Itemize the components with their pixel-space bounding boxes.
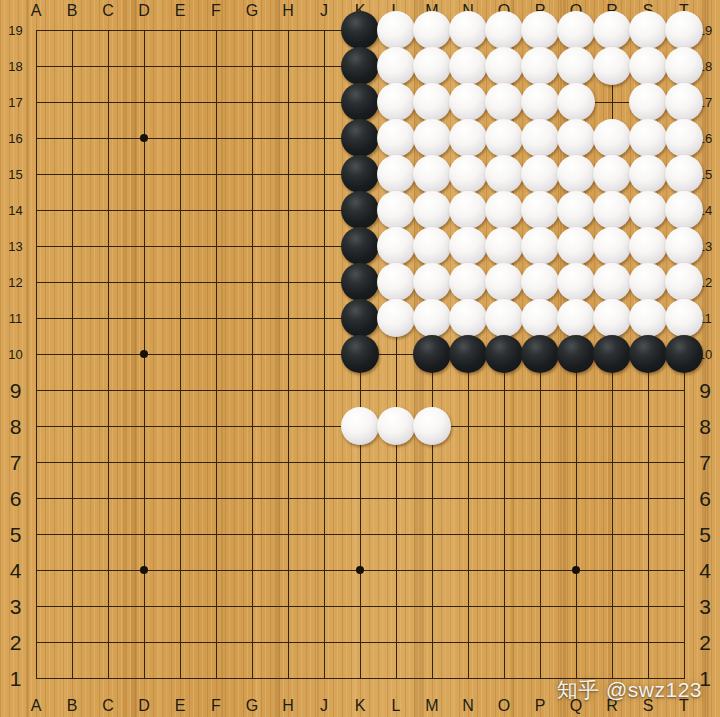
white-stone [377,83,415,121]
coordinate-label: B [54,694,90,717]
board-intersections[interactable] [18,12,702,696]
coordinate-label: F [198,694,234,717]
black-stone [341,47,379,85]
watermark: 知乎 @swz123 [557,676,702,704]
black-stone [341,191,379,229]
white-stone [413,299,451,337]
white-stone [629,155,667,193]
white-stone [665,83,703,121]
coordinate-label: M [414,694,450,717]
white-stone [449,227,487,265]
white-stone [629,83,667,121]
black-stone [449,335,487,373]
white-stone [521,155,559,193]
white-stone [629,227,667,265]
white-stone [521,119,559,157]
white-stone [521,227,559,265]
coordinate-label: N [450,694,486,717]
white-stone [629,11,667,49]
white-stone [665,155,703,193]
coordinate-label: A [18,694,54,717]
white-stone [377,407,415,445]
black-stone [341,263,379,301]
white-stone [485,227,523,265]
white-stone [413,83,451,121]
white-stone [485,191,523,229]
white-stone [449,263,487,301]
black-stone [593,335,631,373]
coordinate-label: J [306,694,342,717]
coordinate-label: P [522,694,558,717]
white-stone [593,191,631,229]
white-stone [557,227,595,265]
white-stone [665,227,703,265]
white-stone [413,47,451,85]
white-stone [377,299,415,337]
coordinate-label: O [486,694,522,717]
star-point [140,566,148,574]
white-stone [377,227,415,265]
white-stone [449,83,487,121]
white-stone [629,47,667,85]
coordinate-label: E [162,694,198,717]
white-stone [485,47,523,85]
black-stone [341,227,379,265]
star-point [140,350,148,358]
white-stone [557,119,595,157]
white-stone [485,11,523,49]
white-stone [557,299,595,337]
coordinate-label: G [234,694,270,717]
coordinate-label: D [126,694,162,717]
black-stone [413,335,451,373]
white-stone [521,191,559,229]
black-stone [341,335,379,373]
white-stone [629,299,667,337]
white-stone [593,47,631,85]
white-stone [557,47,595,85]
black-stone [485,335,523,373]
black-stone [665,335,703,373]
white-stone [377,263,415,301]
white-stone [485,119,523,157]
white-stone [665,119,703,157]
white-stone [593,299,631,337]
white-stone [449,11,487,49]
white-stone [665,191,703,229]
white-stone [413,263,451,301]
white-stone [593,263,631,301]
white-stone [449,47,487,85]
white-stone [521,299,559,337]
white-stone [485,155,523,193]
white-stone [665,11,703,49]
white-stone [377,155,415,193]
star-point [356,566,364,574]
black-stone [341,83,379,121]
white-stone [521,263,559,301]
white-stone [413,11,451,49]
white-stone [593,11,631,49]
white-stone [521,47,559,85]
white-stone [413,155,451,193]
coordinate-label: L [378,694,414,717]
black-stone [341,155,379,193]
black-stone [341,11,379,49]
white-stone [449,155,487,193]
coordinate-label: K [342,694,378,717]
black-stone [557,335,595,373]
white-stone [449,119,487,157]
go-board: ABCDEFGHJKLMNOPQRST ABCDEFGHJKLMNOPQRST … [0,0,720,717]
white-stone [665,47,703,85]
black-stone [629,335,667,373]
white-stone [557,263,595,301]
white-stone [377,191,415,229]
white-stone [413,227,451,265]
white-stone [629,263,667,301]
star-point [572,566,580,574]
white-stone [557,11,595,49]
white-stone [377,119,415,157]
white-stone [413,119,451,157]
white-stone [629,191,667,229]
white-stone [557,83,595,121]
white-stone [557,191,595,229]
white-stone [377,11,415,49]
coordinate-label: C [90,694,126,717]
white-stone [413,407,451,445]
black-stone [341,299,379,337]
white-stone [485,83,523,121]
white-stone [449,191,487,229]
black-stone [521,335,559,373]
white-stone [665,299,703,337]
star-point [140,134,148,142]
white-stone [377,47,415,85]
white-stone [665,263,703,301]
white-stone [449,299,487,337]
black-stone [341,119,379,157]
white-stone [341,407,379,445]
coordinate-label: H [270,694,306,717]
white-stone [521,11,559,49]
white-stone [485,263,523,301]
white-stone [485,299,523,337]
white-stone [413,191,451,229]
white-stone [593,227,631,265]
white-stone [557,155,595,193]
white-stone [593,119,631,157]
white-stone [593,155,631,193]
white-stone [629,119,667,157]
white-stone [521,83,559,121]
